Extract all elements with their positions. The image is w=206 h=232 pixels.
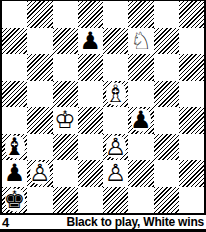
square-f4[interactable]: ♟ bbox=[128, 107, 153, 134]
square-d6[interactable] bbox=[78, 54, 103, 81]
square-f8[interactable] bbox=[128, 1, 153, 28]
square-d4[interactable] bbox=[78, 107, 103, 134]
square-f6[interactable] bbox=[128, 54, 153, 81]
square-g6[interactable] bbox=[154, 54, 179, 81]
square-b1[interactable] bbox=[27, 187, 52, 214]
square-f3[interactable] bbox=[128, 134, 153, 161]
square-a5[interactable] bbox=[2, 81, 27, 108]
square-f5[interactable] bbox=[128, 81, 153, 108]
square-e2[interactable]: ♙ bbox=[103, 160, 128, 187]
chess-diagram: ♟♘♗♔♟♝♙♟♙♙♚ 4 Black to play, White wins bbox=[0, 0, 206, 232]
chess-board: ♟♘♗♔♟♝♙♟♙♙♚ bbox=[0, 0, 206, 215]
square-h7[interactable] bbox=[179, 28, 204, 55]
square-c7[interactable] bbox=[53, 28, 78, 55]
square-b5[interactable] bbox=[27, 81, 52, 108]
diagram-number: 4 bbox=[2, 215, 9, 230]
square-e8[interactable] bbox=[103, 1, 128, 28]
square-f7[interactable]: ♘ bbox=[128, 28, 153, 55]
square-g7[interactable] bbox=[154, 28, 179, 55]
square-a3[interactable]: ♝ bbox=[2, 134, 27, 161]
square-a6[interactable] bbox=[2, 54, 27, 81]
square-b6[interactable] bbox=[27, 54, 52, 81]
square-b8[interactable] bbox=[27, 1, 52, 28]
square-e3[interactable]: ♙ bbox=[103, 134, 128, 161]
square-b4[interactable] bbox=[27, 107, 52, 134]
square-a2[interactable]: ♟ bbox=[2, 160, 27, 187]
square-c5[interactable] bbox=[53, 81, 78, 108]
white-bishop[interactable]: ♗ bbox=[103, 81, 128, 108]
square-g3[interactable] bbox=[154, 134, 179, 161]
square-g2[interactable] bbox=[154, 160, 179, 187]
black-bishop[interactable]: ♝ bbox=[2, 134, 27, 161]
black-pawn[interactable]: ♟ bbox=[128, 107, 153, 134]
square-h5[interactable] bbox=[179, 81, 204, 108]
square-b3[interactable] bbox=[27, 134, 52, 161]
square-a7[interactable] bbox=[2, 28, 27, 55]
square-c1[interactable] bbox=[53, 187, 78, 214]
square-h6[interactable] bbox=[179, 54, 204, 81]
black-king[interactable]: ♚ bbox=[2, 187, 27, 214]
square-g4[interactable] bbox=[154, 107, 179, 134]
square-a4[interactable] bbox=[2, 107, 27, 134]
square-f2[interactable] bbox=[128, 160, 153, 187]
square-c8[interactable] bbox=[53, 1, 78, 28]
square-f1[interactable] bbox=[128, 187, 153, 214]
square-d1[interactable] bbox=[78, 187, 103, 214]
square-e5[interactable]: ♗ bbox=[103, 81, 128, 108]
square-h3[interactable] bbox=[179, 134, 204, 161]
square-h2[interactable] bbox=[179, 160, 204, 187]
black-pawn[interactable]: ♟ bbox=[2, 160, 27, 187]
white-pawn[interactable]: ♙ bbox=[27, 160, 52, 187]
square-d7[interactable]: ♟ bbox=[78, 28, 103, 55]
square-d2[interactable] bbox=[78, 160, 103, 187]
square-h1[interactable] bbox=[179, 187, 204, 214]
white-pawn[interactable]: ♙ bbox=[103, 134, 128, 161]
square-d3[interactable] bbox=[78, 134, 103, 161]
caption-bar: 4 Black to play, White wins bbox=[0, 215, 206, 229]
square-c6[interactable] bbox=[53, 54, 78, 81]
square-e7[interactable] bbox=[103, 28, 128, 55]
square-c2[interactable] bbox=[53, 160, 78, 187]
square-d5[interactable] bbox=[78, 81, 103, 108]
square-g5[interactable] bbox=[154, 81, 179, 108]
square-g1[interactable] bbox=[154, 187, 179, 214]
square-e6[interactable] bbox=[103, 54, 128, 81]
square-a1[interactable]: ♚ bbox=[2, 187, 27, 214]
square-c4[interactable]: ♔ bbox=[53, 107, 78, 134]
square-g8[interactable] bbox=[154, 1, 179, 28]
square-e4[interactable] bbox=[103, 107, 128, 134]
white-king[interactable]: ♔ bbox=[53, 107, 78, 134]
square-a8[interactable] bbox=[2, 1, 27, 28]
square-c3[interactable] bbox=[53, 134, 78, 161]
square-b7[interactable] bbox=[27, 28, 52, 55]
square-d8[interactable] bbox=[78, 1, 103, 28]
caption-text: Black to play, White wins bbox=[67, 215, 204, 229]
square-h8[interactable] bbox=[179, 1, 204, 28]
white-pawn[interactable]: ♙ bbox=[103, 160, 128, 187]
square-e1[interactable] bbox=[103, 187, 128, 214]
square-h4[interactable] bbox=[179, 107, 204, 134]
bottom-rule bbox=[0, 229, 206, 232]
white-knight[interactable]: ♘ bbox=[128, 28, 153, 55]
black-pawn[interactable]: ♟ bbox=[78, 28, 103, 55]
square-b2[interactable]: ♙ bbox=[27, 160, 52, 187]
